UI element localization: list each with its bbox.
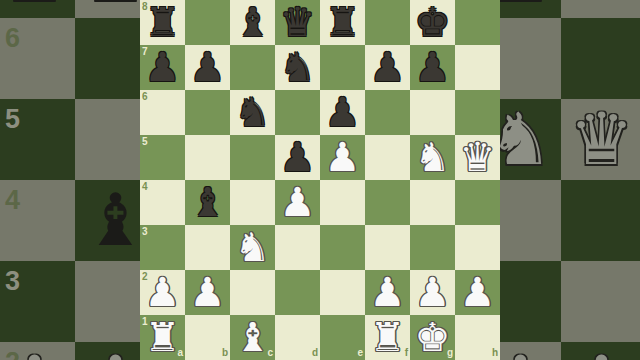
file-label-a: a <box>177 348 183 358</box>
square-f7[interactable]: ♟ <box>365 45 410 90</box>
rank-label-2: 2 <box>142 272 148 282</box>
square-g4[interactable] <box>410 180 455 225</box>
square-h4[interactable] <box>455 180 500 225</box>
bg-square-a6: 6 <box>0 18 75 99</box>
square-d8[interactable]: ♛ <box>275 0 320 45</box>
bg-rank-label-2: 2 <box>5 349 20 360</box>
piece-white-pawn[interactable]: ♟ <box>275 180 320 225</box>
piece-white-pawn[interactable]: ♟ <box>410 270 455 315</box>
rank-label-7: 7 <box>142 47 148 57</box>
square-d6[interactable] <box>275 90 320 135</box>
file-label-b: b <box>222 348 228 358</box>
piece-black-pawn[interactable]: ♟ <box>365 45 410 90</box>
square-b8[interactable] <box>185 0 230 45</box>
square-b2[interactable]: ♟ <box>185 270 230 315</box>
square-c3[interactable]: ♞ <box>230 225 275 270</box>
square-a8[interactable]: ♜8 <box>140 0 185 45</box>
piece-black-pawn[interactable]: ♟ <box>410 45 455 90</box>
rank-label-6: 6 <box>142 92 148 102</box>
rank-label-8: 8 <box>142 2 148 12</box>
square-h1[interactable]: h <box>455 315 500 360</box>
bg-rank-label-4: 4 <box>5 187 20 214</box>
square-e7[interactable] <box>320 45 365 90</box>
file-label-d: d <box>312 348 318 358</box>
square-f6[interactable] <box>365 90 410 135</box>
square-g7[interactable]: ♟ <box>410 45 455 90</box>
piece-black-bishop[interactable]: ♝ <box>185 180 230 225</box>
video-frame: ♜♝♛♜♚♟♟♞♟♟6♞♟5♟♟♞♛4♝♟3♞♟2♟♟♟♟♜♝♜♚ ♜8♝♛♜♚… <box>0 0 640 360</box>
square-c5[interactable] <box>230 135 275 180</box>
piece-black-bishop[interactable]: ♝ <box>230 0 275 45</box>
file-label-e: e <box>357 348 363 358</box>
square-g8[interactable]: ♚ <box>410 0 455 45</box>
bg-piece-white-queen: ♛ <box>561 99 640 180</box>
square-c7[interactable] <box>230 45 275 90</box>
bg-square-h5: ♛ <box>561 99 640 180</box>
square-a1[interactable]: ♜1a <box>140 315 185 360</box>
bg-square-a4: 4 <box>0 180 75 261</box>
file-label-c: c <box>267 348 273 358</box>
square-c8[interactable]: ♝ <box>230 0 275 45</box>
square-d4[interactable]: ♟ <box>275 180 320 225</box>
square-f1[interactable]: ♜f <box>365 315 410 360</box>
square-g5[interactable]: ♞ <box>410 135 455 180</box>
piece-white-pawn[interactable]: ♟ <box>455 270 500 315</box>
bg-piece-black-pawn: ♟ <box>0 0 75 18</box>
bg-rank-label-5: 5 <box>5 106 20 133</box>
square-a4[interactable]: 4 <box>140 180 185 225</box>
square-e2[interactable] <box>320 270 365 315</box>
square-c6[interactable]: ♞ <box>230 90 275 135</box>
bg-rank-label-6: 6 <box>5 25 20 52</box>
square-h2[interactable]: ♟ <box>455 270 500 315</box>
piece-white-pawn[interactable]: ♟ <box>185 270 230 315</box>
square-e8[interactable]: ♜ <box>320 0 365 45</box>
bg-square-a7: ♟ <box>0 0 75 18</box>
square-f2[interactable]: ♟ <box>365 270 410 315</box>
square-g2[interactable]: ♟ <box>410 270 455 315</box>
bg-rank-label-3: 3 <box>5 268 20 295</box>
bg-square-h3 <box>561 261 640 342</box>
square-a5[interactable]: 5 <box>140 135 185 180</box>
square-b3[interactable] <box>185 225 230 270</box>
rank-label-4: 4 <box>142 182 148 192</box>
square-b6[interactable] <box>185 90 230 135</box>
piece-white-pawn[interactable]: ♟ <box>365 270 410 315</box>
rank-label-3: 3 <box>142 227 148 237</box>
square-g6[interactable] <box>410 90 455 135</box>
square-c4[interactable] <box>230 180 275 225</box>
square-e4[interactable] <box>320 180 365 225</box>
square-h6[interactable] <box>455 90 500 135</box>
square-b7[interactable]: ♟ <box>185 45 230 90</box>
square-b5[interactable] <box>185 135 230 180</box>
piece-black-pawn[interactable]: ♟ <box>320 90 365 135</box>
bg-square-a3: 3 <box>0 261 75 342</box>
square-a6[interactable]: 6 <box>140 90 185 135</box>
square-d2[interactable] <box>275 270 320 315</box>
piece-black-pawn[interactable]: ♟ <box>275 135 320 180</box>
piece-white-pawn[interactable]: ♟ <box>320 135 365 180</box>
square-f3[interactable] <box>365 225 410 270</box>
bg-square-h2: ♟ <box>561 342 640 360</box>
file-label-f: f <box>405 348 408 358</box>
square-a2[interactable]: ♟2 <box>140 270 185 315</box>
square-b4[interactable]: ♝ <box>185 180 230 225</box>
bg-square-h7 <box>561 0 640 18</box>
square-d5[interactable]: ♟ <box>275 135 320 180</box>
square-c2[interactable] <box>230 270 275 315</box>
bg-square-h6 <box>561 18 640 99</box>
square-e5[interactable]: ♟ <box>320 135 365 180</box>
piece-black-king[interactable]: ♚ <box>410 0 455 45</box>
bg-square-h4 <box>561 180 640 261</box>
chess-board[interactable]: ♜8♝♛♜♚♟7♟♞♟♟6♞♟5♟♟♞♛4♝♟3♞♟2♟♟♟♟♜1ab♝cde♜… <box>140 0 500 360</box>
piece-white-knight[interactable]: ♞ <box>410 135 455 180</box>
square-e1[interactable]: e <box>320 315 365 360</box>
square-b1[interactable]: b <box>185 315 230 360</box>
square-h5[interactable]: ♛ <box>455 135 500 180</box>
square-g3[interactable] <box>410 225 455 270</box>
square-h7[interactable] <box>455 45 500 90</box>
square-h3[interactable] <box>455 225 500 270</box>
square-g1[interactable]: ♚g <box>410 315 455 360</box>
piece-black-knight[interactable]: ♞ <box>275 45 320 90</box>
bg-piece-white-pawn: ♟ <box>561 342 640 360</box>
file-label-g: g <box>447 348 453 358</box>
square-e3[interactable] <box>320 225 365 270</box>
rank-label-1: 1 <box>142 317 148 327</box>
square-c1[interactable]: ♝c <box>230 315 275 360</box>
square-a3[interactable]: 3 <box>140 225 185 270</box>
piece-black-rook[interactable]: ♜ <box>320 0 365 45</box>
rank-label-5: 5 <box>142 137 148 147</box>
square-h8[interactable] <box>455 0 500 45</box>
bg-square-a2: ♟2 <box>0 342 75 360</box>
piece-white-knight[interactable]: ♞ <box>230 225 275 270</box>
square-f4[interactable] <box>365 180 410 225</box>
square-f5[interactable] <box>365 135 410 180</box>
piece-white-rook[interactable]: ♜ <box>365 315 410 360</box>
file-label-h: h <box>492 348 498 358</box>
bg-square-a5: 5 <box>0 99 75 180</box>
square-a7[interactable]: ♟7 <box>140 45 185 90</box>
square-d7[interactable]: ♞ <box>275 45 320 90</box>
piece-black-queen[interactable]: ♛ <box>275 0 320 45</box>
square-d1[interactable]: d <box>275 315 320 360</box>
piece-black-pawn[interactable]: ♟ <box>185 45 230 90</box>
square-f8[interactable] <box>365 0 410 45</box>
piece-white-queen[interactable]: ♛ <box>455 135 500 180</box>
square-e6[interactable]: ♟ <box>320 90 365 135</box>
piece-black-knight[interactable]: ♞ <box>230 90 275 135</box>
square-d3[interactable] <box>275 225 320 270</box>
